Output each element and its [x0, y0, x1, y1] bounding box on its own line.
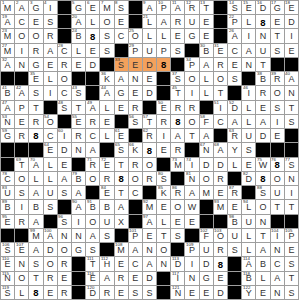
cell-r16c14[interactable]: E: [185, 215, 198, 228]
cell-r6c4[interactable]: L: [44, 72, 57, 85]
cell-r7c2[interactable]: 42A: [15, 86, 28, 99]
cell-r8c5[interactable]: 48S: [58, 101, 71, 114]
cell-r10c15[interactable]: A: [200, 129, 213, 142]
cell-r3c10[interactable]: 25O: [129, 29, 142, 42]
cell-r19c12[interactable]: N: [157, 257, 170, 270]
cell-r14c14[interactable]: A: [185, 186, 198, 199]
cell-r2c17[interactable]: 22P: [228, 15, 241, 28]
cell-r11c6[interactable]: N: [72, 143, 85, 156]
cell-r20c15[interactable]: G: [200, 272, 213, 285]
cell-r13c3[interactable]: L: [29, 172, 42, 185]
cell-r10c6[interactable]: R: [72, 129, 85, 142]
cell-r3c12[interactable]: L: [157, 29, 170, 42]
cell-r2c3[interactable]: E: [29, 15, 42, 28]
cell-r14c2[interactable]: S: [15, 186, 28, 199]
cell-r1c6[interactable]: 5G: [72, 1, 85, 14]
cell-r1c12[interactable]: 10P: [157, 1, 170, 14]
cell-r18c9[interactable]: 108M: [115, 243, 128, 256]
cell-r18c16[interactable]: R: [214, 243, 227, 256]
cell-r7c6[interactable]: 43S: [72, 86, 85, 99]
cell-r8c21[interactable]: T: [285, 101, 298, 114]
cell-r9c15[interactable]: 58F: [200, 115, 213, 128]
cell-r3c14[interactable]: G: [185, 29, 198, 42]
cell-r19c16[interactable]: 8: [214, 257, 227, 270]
cell-r13c6[interactable]: 79B: [72, 172, 85, 185]
cell-r20c21[interactable]: T: [285, 272, 298, 285]
cell-r4c1[interactable]: 27M: [1, 44, 14, 57]
cell-r6c20[interactable]: 39R: [271, 72, 284, 85]
cell-r10c11[interactable]: 62R: [143, 129, 156, 142]
cell-r3c21[interactable]: I: [285, 29, 298, 42]
cell-r20c7[interactable]: 116E: [86, 272, 99, 285]
cell-r16c1[interactable]: 95E: [1, 215, 14, 228]
cell-r6c13[interactable]: 37S: [171, 72, 184, 85]
cell-r21c10[interactable]: S: [129, 286, 142, 299]
cell-r20c2[interactable]: O: [15, 272, 28, 285]
cell-r11c11[interactable]: 8: [143, 143, 156, 156]
cell-r11c7[interactable]: A: [86, 143, 99, 156]
cell-r1c1[interactable]: 1M: [1, 1, 14, 14]
cell-r21c9[interactable]: E: [115, 286, 128, 299]
cell-r13c5[interactable]: A: [58, 172, 71, 185]
cell-r3c2[interactable]: O: [15, 29, 28, 42]
cell-r5c19[interactable]: T: [256, 58, 269, 71]
cell-r1c13[interactable]: 11A: [171, 1, 184, 14]
cell-r5c14[interactable]: 34P: [185, 58, 198, 71]
cell-r18c5[interactable]: O: [58, 243, 71, 256]
cell-r8c17[interactable]: 52D: [228, 101, 241, 114]
cell-r10c20[interactable]: E: [271, 129, 284, 142]
cell-r8c10[interactable]: R: [129, 101, 142, 114]
cell-r2c2[interactable]: C: [15, 15, 28, 28]
cell-r16c3[interactable]: A: [29, 215, 42, 228]
cell-r9c4[interactable]: 54O: [44, 115, 57, 128]
cell-r8c19[interactable]: E: [256, 101, 269, 114]
cell-r10c19[interactable]: D: [256, 129, 269, 142]
cell-r16c5[interactable]: 96S: [58, 215, 71, 228]
cell-r21c3[interactable]: 8: [29, 286, 42, 299]
cell-r6c17[interactable]: S: [228, 72, 241, 85]
cell-r11c9[interactable]: 65S: [115, 143, 128, 156]
cell-r19c18[interactable]: 114A: [242, 257, 255, 270]
cell-r10c17[interactable]: 63R: [228, 129, 241, 142]
cell-r15c8[interactable]: B: [100, 200, 113, 213]
cell-r5c16[interactable]: R: [214, 58, 227, 71]
cell-r12c7[interactable]: 71R: [86, 158, 99, 171]
cell-r8c9[interactable]: E: [115, 101, 128, 114]
cell-r1c11[interactable]: 9A: [143, 1, 156, 14]
cell-r1c14[interactable]: 12R: [185, 1, 198, 14]
cell-r1c9[interactable]: 8S: [115, 1, 128, 14]
cell-r12c4[interactable]: L: [44, 158, 57, 171]
cell-r13c2[interactable]: O: [15, 172, 28, 185]
cell-r8c3[interactable]: T: [29, 101, 42, 114]
cell-r17c12[interactable]: T: [157, 229, 170, 242]
cell-r6c19[interactable]: 38B: [256, 72, 269, 85]
cell-r19c10[interactable]: C: [129, 257, 142, 270]
cell-r15c2[interactable]: I: [15, 200, 28, 213]
cell-r17c5[interactable]: N: [58, 229, 71, 242]
cell-r9c16[interactable]: C: [214, 115, 227, 128]
cell-r16c8[interactable]: U: [100, 215, 113, 228]
cell-r12c19[interactable]: 75W: [256, 158, 269, 171]
cell-r13c11[interactable]: R: [143, 172, 156, 185]
cell-r16c6[interactable]: I: [72, 215, 85, 228]
cell-r9c19[interactable]: A: [256, 115, 269, 128]
cell-r6c3[interactable]: 35E: [29, 72, 42, 85]
cell-r20c3[interactable]: T: [29, 272, 42, 285]
cell-r17c18[interactable]: L: [242, 229, 255, 242]
cell-r20c9[interactable]: R: [115, 272, 128, 285]
cell-r3c7[interactable]: 8: [86, 29, 99, 42]
cell-r7c16[interactable]: T: [214, 86, 227, 99]
cell-r4c16[interactable]: 31E: [214, 44, 227, 57]
cell-r10c7[interactable]: C: [86, 129, 99, 142]
cell-r21c14[interactable]: E: [185, 286, 198, 299]
cell-r14c4[interactable]: U: [44, 186, 57, 199]
cell-r15c7[interactable]: 91B: [86, 200, 99, 213]
cell-r7c10[interactable]: E: [129, 86, 142, 99]
cell-r9c13[interactable]: 8: [171, 115, 184, 128]
cell-r13c10[interactable]: O: [129, 172, 142, 185]
cell-r4c5[interactable]: 28C: [58, 44, 71, 57]
cell-r21c4[interactable]: E: [44, 286, 57, 299]
cell-r19c1[interactable]: 110E: [1, 257, 14, 270]
cell-r20c19[interactable]: L: [256, 272, 269, 285]
cell-r20c10[interactable]: E: [129, 272, 142, 285]
cell-r4c4[interactable]: A: [44, 44, 57, 57]
cell-r20c16[interactable]: E: [214, 272, 227, 285]
cell-r16c17[interactable]: 98B: [228, 215, 241, 228]
cell-r15c21[interactable]: T: [285, 200, 298, 213]
cell-r18c10[interactable]: A: [129, 243, 142, 256]
cell-r4c8[interactable]: S: [100, 44, 113, 57]
cell-r18c6[interactable]: G: [72, 243, 85, 256]
cell-r11c10[interactable]: 66K: [129, 143, 142, 156]
cell-r5c1[interactable]: 32A: [1, 58, 14, 71]
cell-r12c11[interactable]: O: [143, 158, 156, 171]
cell-r13c18[interactable]: 82D: [242, 172, 255, 185]
cell-r4c20[interactable]: S: [271, 44, 284, 57]
cell-r12c18[interactable]: E: [242, 158, 255, 171]
cell-r2c7[interactable]: L: [86, 15, 99, 28]
cell-r20c13[interactable]: 117I: [171, 272, 184, 285]
cell-r11c18[interactable]: S: [242, 143, 255, 156]
cell-r19c4[interactable]: O: [44, 257, 57, 270]
cell-r15c13[interactable]: O: [171, 200, 184, 213]
cell-r6c10[interactable]: N: [129, 72, 142, 85]
cell-r19c5[interactable]: R: [58, 257, 71, 270]
cell-r10c4[interactable]: C: [44, 129, 57, 142]
cell-r4c19[interactable]: U: [256, 44, 269, 57]
cell-r6c9[interactable]: A: [115, 72, 128, 85]
cell-r17c3[interactable]: 99M: [29, 229, 42, 242]
cell-r3c15[interactable]: E: [200, 29, 213, 42]
cell-r15c16[interactable]: 93M: [214, 200, 227, 213]
cell-r3c6[interactable]: 24B: [72, 29, 85, 42]
cell-r21c1[interactable]: 119S: [1, 286, 14, 299]
cell-r11c17[interactable]: Y: [228, 143, 241, 156]
cell-r10c18[interactable]: U: [242, 129, 255, 142]
cell-r3c9[interactable]: C: [115, 29, 128, 42]
cell-r21c5[interactable]: R: [58, 286, 71, 299]
cell-r17c6[interactable]: N: [72, 229, 85, 242]
cell-r14c10[interactable]: C: [129, 186, 142, 199]
cell-r5c12[interactable]: 8: [157, 58, 170, 71]
cell-r11c16[interactable]: 68A: [214, 143, 227, 156]
cell-r2c4[interactable]: S: [44, 15, 57, 28]
cell-r7c14[interactable]: I: [185, 86, 198, 99]
cell-r7c20[interactable]: O: [271, 86, 284, 99]
cell-r17c17[interactable]: U: [228, 229, 241, 242]
cell-r14c15[interactable]: M: [200, 186, 213, 199]
cell-r2c14[interactable]: U: [185, 15, 198, 28]
cell-r12c20[interactable]: 768: [271, 158, 284, 171]
cell-r19c9[interactable]: E: [115, 257, 128, 270]
cell-r17c7[interactable]: A: [86, 229, 99, 242]
cell-r18c14[interactable]: 109P: [185, 243, 198, 256]
cell-r10c1[interactable]: 59G: [1, 129, 14, 142]
cell-r19c21[interactable]: S: [285, 257, 298, 270]
cell-r2c1[interactable]: 19A: [1, 15, 14, 28]
cell-r8c12[interactable]: 50E: [157, 101, 170, 114]
cell-r2c18[interactable]: L: [242, 15, 255, 28]
cell-r17c15[interactable]: 102F: [200, 229, 213, 242]
cell-r20c1[interactable]: 115N: [1, 272, 14, 285]
cell-r15c3[interactable]: B: [29, 200, 42, 213]
cell-r14c9[interactable]: T: [115, 186, 128, 199]
cell-r9c12[interactable]: R: [157, 115, 170, 128]
cell-r16c13[interactable]: E: [171, 215, 184, 228]
cell-r9c2[interactable]: E: [15, 115, 28, 128]
cell-r20c18[interactable]: 118B: [242, 272, 255, 285]
cell-r17c19[interactable]: T: [256, 229, 269, 242]
cell-r1c18[interactable]: 15E: [242, 1, 255, 14]
cell-r12c2[interactable]: 69T: [15, 158, 28, 171]
cell-r5c2[interactable]: N: [15, 58, 28, 71]
cell-r5c11[interactable]: D: [143, 58, 156, 71]
cell-r10c13[interactable]: A: [171, 129, 184, 142]
cell-r4c6[interactable]: L: [72, 44, 85, 57]
cell-r10c2[interactable]: R: [15, 129, 28, 142]
cell-r7c13[interactable]: 45T: [171, 86, 184, 99]
cell-r19c7[interactable]: 111T: [86, 257, 99, 270]
cell-r13c9[interactable]: 8: [115, 172, 128, 185]
cell-r19c8[interactable]: 112H: [100, 257, 113, 270]
cell-r19c3[interactable]: S: [29, 257, 42, 270]
cell-r4c18[interactable]: A: [242, 44, 255, 57]
cell-r4c7[interactable]: E: [86, 44, 99, 57]
cell-r14c8[interactable]: 84E: [100, 186, 113, 199]
cell-r2c21[interactable]: D: [285, 15, 298, 28]
cell-r1c21[interactable]: 18E: [285, 1, 298, 14]
cell-r7c19[interactable]: R: [256, 86, 269, 99]
cell-r4c2[interactable]: I: [15, 44, 28, 57]
cell-r13c19[interactable]: 8: [256, 172, 269, 185]
cell-r14c5[interactable]: S: [58, 186, 71, 199]
cell-r17c20[interactable]: 104I: [271, 229, 284, 242]
cell-r4c17[interactable]: C: [228, 44, 241, 57]
cell-r12c10[interactable]: R: [129, 158, 142, 171]
cell-r15c19[interactable]: O: [256, 200, 269, 213]
cell-r7c4[interactable]: I: [44, 86, 57, 99]
cell-r18c11[interactable]: N: [143, 243, 156, 256]
cell-r1c17[interactable]: 14S: [228, 1, 241, 14]
cell-r12c8[interactable]: 72E: [100, 158, 113, 171]
cell-r8c7[interactable]: 49A: [86, 101, 99, 114]
cell-r7c18[interactable]: 46I: [242, 86, 255, 99]
cell-r12c17[interactable]: L: [228, 158, 241, 171]
cell-r12c13[interactable]: 73M: [171, 158, 184, 171]
cell-r19c11[interactable]: A: [143, 257, 156, 270]
cell-r5c15[interactable]: A: [200, 58, 213, 71]
cell-r12c14[interactable]: 74I: [185, 158, 198, 171]
cell-r3c18[interactable]: I: [242, 29, 255, 42]
cell-r3c4[interactable]: R: [44, 29, 57, 42]
cell-r9c8[interactable]: E: [100, 115, 113, 128]
cell-r19c20[interactable]: C: [271, 257, 284, 270]
cell-r15c14[interactable]: W: [185, 200, 198, 213]
cell-r10c8[interactable]: L: [100, 129, 113, 142]
cell-r14c20[interactable]: U: [271, 186, 284, 199]
cell-r17c11[interactable]: E: [143, 229, 156, 242]
cell-r7c5[interactable]: C: [58, 86, 71, 99]
cell-r7c15[interactable]: L: [200, 86, 213, 99]
cell-r18c2[interactable]: 107E: [15, 243, 28, 256]
cell-r2c19[interactable]: 8: [256, 15, 269, 28]
cell-r15c9[interactable]: A: [115, 200, 128, 213]
cell-r13c20[interactable]: O: [271, 172, 284, 185]
cell-r18c4[interactable]: D: [44, 243, 57, 256]
cell-r3c11[interactable]: L: [143, 29, 156, 42]
cell-r17c21[interactable]: 105P: [285, 229, 298, 242]
cell-r20c4[interactable]: R: [44, 272, 57, 285]
cell-r18c12[interactable]: O: [157, 243, 170, 256]
cell-r18c7[interactable]: S: [86, 243, 99, 256]
cell-r13c15[interactable]: O: [200, 172, 213, 185]
cell-r2c13[interactable]: R: [171, 15, 184, 28]
cell-r3c1[interactable]: 23M: [1, 29, 14, 42]
cell-r9c17[interactable]: A: [228, 115, 241, 128]
cell-r10c14[interactable]: T: [185, 129, 198, 142]
cell-r9c1[interactable]: 53N: [1, 115, 14, 128]
cell-r20c5[interactable]: E: [58, 272, 71, 285]
cell-r18c1[interactable]: 106S: [1, 243, 14, 256]
cell-r11c5[interactable]: D: [58, 143, 71, 156]
cell-r2c15[interactable]: E: [200, 15, 213, 28]
cell-r7c8[interactable]: 44A: [100, 86, 113, 99]
cell-r9c10[interactable]: 56S: [129, 115, 142, 128]
cell-r6c15[interactable]: L: [200, 72, 213, 85]
cell-r6c11[interactable]: E: [143, 72, 156, 85]
cell-r6c8[interactable]: 36K: [100, 72, 113, 85]
cell-r13c12[interactable]: 80S: [157, 172, 170, 185]
cell-r13c1[interactable]: 78C: [1, 172, 14, 185]
cell-r7c1[interactable]: 41B: [1, 86, 14, 99]
cell-r15c6[interactable]: 90A: [72, 200, 85, 213]
cell-r12c5[interactable]: E: [58, 158, 71, 171]
cell-r5c18[interactable]: N: [242, 58, 255, 71]
cell-r1c20[interactable]: 17G: [271, 1, 284, 14]
cell-r5c10[interactable]: E: [129, 58, 142, 71]
cell-r11c15[interactable]: 67N: [200, 143, 213, 156]
cell-r19c19[interactable]: B: [256, 257, 269, 270]
cell-r14c1[interactable]: 83U: [1, 186, 14, 199]
cell-r6c16[interactable]: O: [214, 72, 227, 85]
cell-r21c15[interactable]: E: [200, 286, 213, 299]
cell-r16c9[interactable]: X: [115, 215, 128, 228]
cell-r13c4[interactable]: L: [44, 172, 57, 185]
cell-r12c21[interactable]: 77S: [285, 158, 298, 171]
cell-r16c7[interactable]: O: [86, 215, 99, 228]
cell-r5c3[interactable]: G: [29, 58, 42, 71]
cell-r15c1[interactable]: 89B: [1, 200, 14, 213]
cell-r18c17[interactable]: S: [228, 243, 241, 256]
cell-r20c11[interactable]: D: [143, 272, 156, 285]
cell-r1c7[interactable]: 6E: [86, 1, 99, 14]
cell-r3c13[interactable]: E: [171, 29, 184, 42]
cell-r21c18[interactable]: 122Y: [242, 286, 255, 299]
cell-r13c21[interactable]: N: [285, 172, 298, 185]
cell-r19c13[interactable]: 113D: [171, 257, 184, 270]
cell-r18c19[interactable]: A: [256, 243, 269, 256]
cell-r8c14[interactable]: R: [185, 101, 198, 114]
cell-r7c3[interactable]: S: [29, 86, 42, 99]
cell-r5c5[interactable]: R: [58, 58, 71, 71]
cell-r2c12[interactable]: A: [157, 15, 170, 28]
cell-r5c17[interactable]: E: [228, 58, 241, 71]
cell-r7c11[interactable]: D: [143, 86, 156, 99]
cell-r9c20[interactable]: I: [271, 115, 284, 128]
cell-r8c18[interactable]: L: [242, 101, 255, 114]
cell-r11c12[interactable]: E: [157, 143, 170, 156]
cell-r8c16[interactable]: 51I: [214, 101, 227, 114]
cell-r12c9[interactable]: T: [115, 158, 128, 171]
cell-r8c6[interactable]: T: [72, 101, 85, 114]
cell-r18c18[interactable]: L: [242, 243, 255, 256]
cell-r20c14[interactable]: N: [185, 272, 198, 285]
cell-r1c8[interactable]: 7M: [100, 1, 113, 14]
cell-r10c3[interactable]: 8: [29, 129, 42, 142]
cell-r1c15[interactable]: 13T: [200, 1, 213, 14]
cell-r21c7[interactable]: 120D: [86, 286, 99, 299]
cell-r2c8[interactable]: O: [100, 15, 113, 28]
cell-r10c12[interactable]: I: [157, 129, 170, 142]
cell-r19c15[interactable]: D: [200, 257, 213, 270]
cell-r16c12[interactable]: L: [157, 215, 170, 228]
cell-r13c7[interactable]: O: [86, 172, 99, 185]
cell-r18c20[interactable]: N: [271, 243, 284, 256]
cell-r4c3[interactable]: R: [29, 44, 42, 57]
cell-r5c7[interactable]: D: [86, 58, 99, 71]
cell-r7c21[interactable]: N: [285, 86, 298, 99]
cell-r17c13[interactable]: S: [171, 229, 184, 242]
cell-r3c3[interactable]: O: [29, 29, 42, 42]
cell-r8c2[interactable]: P: [15, 101, 28, 114]
cell-r9c11[interactable]: 57T: [143, 115, 156, 128]
cell-r4c13[interactable]: S: [171, 44, 184, 57]
cell-r3c17[interactable]: 26A: [228, 29, 241, 42]
cell-r21c8[interactable]: R: [100, 286, 113, 299]
cell-r9c14[interactable]: O: [185, 115, 198, 128]
cell-r3c8[interactable]: S: [100, 29, 113, 42]
cell-r4c11[interactable]: U: [143, 44, 156, 57]
cell-r14c17[interactable]: 87R: [228, 186, 241, 199]
cell-r2c6[interactable]: 20A: [72, 15, 85, 28]
cell-r1c2[interactable]: 2A: [15, 1, 28, 14]
cell-r15c4[interactable]: S: [44, 200, 57, 213]
cell-r15c20[interactable]: T: [271, 200, 284, 213]
